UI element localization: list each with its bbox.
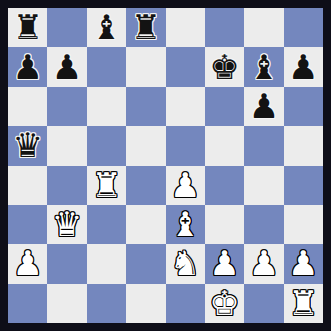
square-g5[interactable] xyxy=(244,126,283,165)
square-b6[interactable] xyxy=(47,87,86,126)
square-e6[interactable] xyxy=(166,87,205,126)
square-d2[interactable] xyxy=(126,244,165,283)
square-h6[interactable] xyxy=(284,87,323,126)
square-a1[interactable] xyxy=(8,284,47,323)
square-d1[interactable] xyxy=(126,284,165,323)
square-c4[interactable]: ♜ xyxy=(87,166,126,205)
square-g4[interactable] xyxy=(244,166,283,205)
square-c7[interactable] xyxy=(87,47,126,86)
square-c8[interactable]: ♝ xyxy=(87,8,126,47)
white-king-f1: ♚ xyxy=(209,284,239,323)
square-d8[interactable]: ♜ xyxy=(126,8,165,47)
black-bishop-c8: ♝ xyxy=(91,8,121,47)
black-rook-d8: ♜ xyxy=(131,8,161,47)
square-c6[interactable] xyxy=(87,87,126,126)
square-c2[interactable] xyxy=(87,244,126,283)
square-h8[interactable] xyxy=(284,8,323,47)
square-e2[interactable]: ♞ xyxy=(166,244,205,283)
black-pawn-a7: ♟ xyxy=(12,48,42,87)
square-d6[interactable] xyxy=(126,87,165,126)
black-pawn-b7: ♟ xyxy=(52,48,82,87)
square-h4[interactable] xyxy=(284,166,323,205)
square-b5[interactable] xyxy=(47,126,86,165)
square-g8[interactable] xyxy=(244,8,283,47)
chess-board: ♜♝♜♟♟♚♝♟♟♛♜♟♛♝♟♞♟♟♟♚♜ xyxy=(0,0,331,331)
square-d3[interactable] xyxy=(126,205,165,244)
black-queen-a5: ♛ xyxy=(12,126,42,165)
white-rook-h1: ♜ xyxy=(288,284,318,323)
square-g1[interactable] xyxy=(244,284,283,323)
square-b8[interactable] xyxy=(47,8,86,47)
square-e3[interactable]: ♝ xyxy=(166,205,205,244)
square-e4[interactable]: ♟ xyxy=(166,166,205,205)
square-f5[interactable] xyxy=(205,126,244,165)
square-h1[interactable]: ♜ xyxy=(284,284,323,323)
square-f1[interactable]: ♚ xyxy=(205,284,244,323)
square-e5[interactable] xyxy=(166,126,205,165)
square-e7[interactable] xyxy=(166,47,205,86)
square-h3[interactable] xyxy=(284,205,323,244)
black-rook-a8: ♜ xyxy=(12,8,42,47)
square-c5[interactable] xyxy=(87,126,126,165)
square-f2[interactable]: ♟ xyxy=(205,244,244,283)
square-b3[interactable]: ♛ xyxy=(47,205,86,244)
square-g3[interactable] xyxy=(244,205,283,244)
white-pawn-a2: ♟ xyxy=(12,244,42,283)
white-rook-c4: ♜ xyxy=(91,166,121,205)
square-g7[interactable]: ♝ xyxy=(244,47,283,86)
white-knight-e2: ♞ xyxy=(170,244,200,283)
square-f8[interactable] xyxy=(205,8,244,47)
square-b1[interactable] xyxy=(47,284,86,323)
square-a3[interactable] xyxy=(8,205,47,244)
square-f4[interactable] xyxy=(205,166,244,205)
square-h5[interactable] xyxy=(284,126,323,165)
square-h7[interactable]: ♟ xyxy=(284,47,323,86)
square-c1[interactable] xyxy=(87,284,126,323)
square-c3[interactable] xyxy=(87,205,126,244)
white-bishop-e3: ♝ xyxy=(170,205,200,244)
square-d7[interactable] xyxy=(126,47,165,86)
square-b2[interactable] xyxy=(47,244,86,283)
white-pawn-h2: ♟ xyxy=(288,244,318,283)
square-a6[interactable] xyxy=(8,87,47,126)
square-b4[interactable] xyxy=(47,166,86,205)
square-a4[interactable] xyxy=(8,166,47,205)
white-pawn-e4: ♟ xyxy=(170,166,200,205)
black-bishop-g7: ♝ xyxy=(249,48,279,87)
square-d4[interactable] xyxy=(126,166,165,205)
white-pawn-f2: ♟ xyxy=(209,244,239,283)
square-e1[interactable] xyxy=(166,284,205,323)
square-h2[interactable]: ♟ xyxy=(284,244,323,283)
black-pawn-g6: ♟ xyxy=(249,87,279,126)
chess-diagram: ♜♝♜♟♟♚♝♟♟♛♜♟♛♝♟♞♟♟♟♚♜ xyxy=(0,0,331,331)
square-f3[interactable] xyxy=(205,205,244,244)
black-pawn-h7: ♟ xyxy=(288,48,318,87)
square-d5[interactable] xyxy=(126,126,165,165)
square-f6[interactable] xyxy=(205,87,244,126)
black-king-f7: ♚ xyxy=(209,48,239,87)
square-f7[interactable]: ♚ xyxy=(205,47,244,86)
square-a2[interactable]: ♟ xyxy=(8,244,47,283)
square-a5[interactable]: ♛ xyxy=(8,126,47,165)
square-e8[interactable] xyxy=(166,8,205,47)
square-g2[interactable]: ♟ xyxy=(244,244,283,283)
square-a8[interactable]: ♜ xyxy=(8,8,47,47)
square-a7[interactable]: ♟ xyxy=(8,47,47,86)
square-b7[interactable]: ♟ xyxy=(47,47,86,86)
square-g6[interactable]: ♟ xyxy=(244,87,283,126)
white-queen-b3: ♛ xyxy=(52,205,82,244)
white-pawn-g2: ♟ xyxy=(249,244,279,283)
